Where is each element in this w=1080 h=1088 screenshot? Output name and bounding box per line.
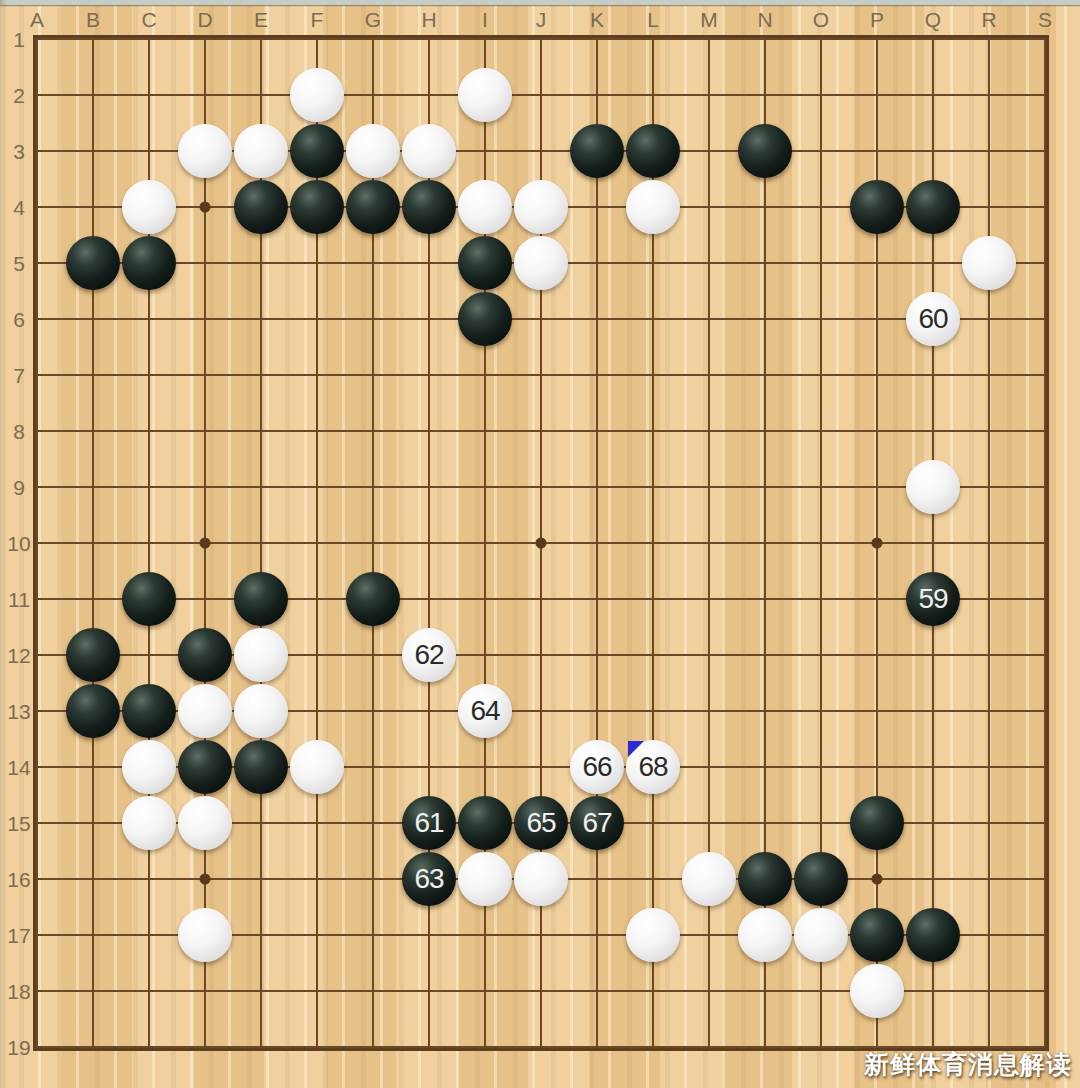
col-label-E: E bbox=[254, 9, 268, 30]
black-stone-C5[interactable] bbox=[122, 236, 176, 290]
white-stone-E12[interactable] bbox=[234, 628, 288, 682]
white-stone-H3[interactable] bbox=[402, 124, 456, 178]
white-stone-C14[interactable] bbox=[122, 740, 176, 794]
row-label-5: 5 bbox=[13, 253, 25, 274]
white-stone-L14-move-68[interactable]: 68 bbox=[626, 740, 680, 794]
col-label-C: C bbox=[141, 9, 156, 30]
move-number: 68 bbox=[638, 751, 667, 783]
black-stone-G4[interactable] bbox=[346, 180, 400, 234]
black-stone-G11[interactable] bbox=[346, 572, 400, 626]
black-stone-C13[interactable] bbox=[122, 684, 176, 738]
white-stone-R5[interactable] bbox=[962, 236, 1016, 290]
white-stone-L17[interactable] bbox=[626, 908, 680, 962]
black-stone-H4[interactable] bbox=[402, 180, 456, 234]
star-point-P16 bbox=[872, 874, 883, 885]
black-stone-N3[interactable] bbox=[738, 124, 792, 178]
white-stone-H12-move-62[interactable]: 62 bbox=[402, 628, 456, 682]
row-label-16: 16 bbox=[7, 869, 30, 890]
black-stone-I6[interactable] bbox=[458, 292, 512, 346]
row-label-1: 1 bbox=[13, 29, 25, 50]
row-label-13: 13 bbox=[7, 701, 30, 722]
white-stone-J16[interactable] bbox=[514, 852, 568, 906]
black-stone-E14[interactable] bbox=[234, 740, 288, 794]
move-number: 62 bbox=[414, 639, 443, 671]
black-stone-H16-move-63[interactable]: 63 bbox=[402, 852, 456, 906]
move-number: 61 bbox=[414, 807, 443, 839]
col-label-G: G bbox=[365, 9, 381, 30]
white-stone-D17[interactable] bbox=[178, 908, 232, 962]
white-stone-D13[interactable] bbox=[178, 684, 232, 738]
col-label-R: R bbox=[981, 9, 996, 30]
move-number: 60 bbox=[918, 303, 947, 335]
black-stone-F3[interactable] bbox=[290, 124, 344, 178]
watermark: 新鲜体育消息解读 bbox=[864, 1048, 1072, 1081]
row-label-18: 18 bbox=[7, 981, 30, 1002]
black-stone-C11[interactable] bbox=[122, 572, 176, 626]
left-edge-shading bbox=[0, 0, 7, 1088]
black-stone-I15[interactable] bbox=[458, 796, 512, 850]
move-number: 64 bbox=[470, 695, 499, 727]
black-stone-B12[interactable] bbox=[66, 628, 120, 682]
col-label-Q: Q bbox=[925, 9, 941, 30]
black-stone-O16[interactable] bbox=[794, 852, 848, 906]
col-label-P: P bbox=[870, 9, 884, 30]
white-stone-E13[interactable] bbox=[234, 684, 288, 738]
black-stone-N16[interactable] bbox=[738, 852, 792, 906]
col-label-F: F bbox=[311, 9, 324, 30]
black-stone-Q17[interactable] bbox=[906, 908, 960, 962]
col-label-O: O bbox=[813, 9, 829, 30]
white-stone-Q6-move-60[interactable]: 60 bbox=[906, 292, 960, 346]
black-stone-Q11-move-59[interactable]: 59 bbox=[906, 572, 960, 626]
col-label-B: B bbox=[86, 9, 100, 30]
white-stone-I16[interactable] bbox=[458, 852, 512, 906]
black-stone-H15-move-61[interactable]: 61 bbox=[402, 796, 456, 850]
row-label-11: 11 bbox=[8, 589, 30, 610]
white-stone-F14[interactable] bbox=[290, 740, 344, 794]
black-stone-E4[interactable] bbox=[234, 180, 288, 234]
col-label-A: A bbox=[30, 9, 44, 30]
black-stone-Q4[interactable] bbox=[906, 180, 960, 234]
move-number: 59 bbox=[918, 583, 947, 615]
row-label-7: 7 bbox=[13, 365, 25, 386]
black-stone-K15-move-67[interactable]: 67 bbox=[570, 796, 624, 850]
col-label-J: J bbox=[536, 9, 547, 30]
row-label-9: 9 bbox=[13, 477, 25, 498]
white-stone-I2[interactable] bbox=[458, 68, 512, 122]
col-label-N: N bbox=[757, 9, 772, 30]
white-stone-G3[interactable] bbox=[346, 124, 400, 178]
white-stone-E3[interactable] bbox=[234, 124, 288, 178]
black-stone-P4[interactable] bbox=[850, 180, 904, 234]
star-point-D16 bbox=[200, 874, 211, 885]
row-label-2: 2 bbox=[13, 85, 25, 106]
row-label-6: 6 bbox=[13, 309, 25, 330]
col-label-S: S bbox=[1038, 9, 1052, 30]
black-stone-J15-move-65[interactable]: 65 bbox=[514, 796, 568, 850]
white-stone-K14-move-66[interactable]: 66 bbox=[570, 740, 624, 794]
black-stone-D14[interactable] bbox=[178, 740, 232, 794]
white-stone-O17[interactable] bbox=[794, 908, 848, 962]
black-stone-B5[interactable] bbox=[66, 236, 120, 290]
move-number: 65 bbox=[526, 807, 555, 839]
white-stone-I13-move-64[interactable]: 64 bbox=[458, 684, 512, 738]
black-stone-P15[interactable] bbox=[850, 796, 904, 850]
star-point-D10 bbox=[200, 538, 211, 549]
star-point-J10 bbox=[536, 538, 547, 549]
white-stone-D3[interactable] bbox=[178, 124, 232, 178]
black-stone-B13[interactable] bbox=[66, 684, 120, 738]
white-stone-P18[interactable] bbox=[850, 964, 904, 1018]
white-stone-D15[interactable] bbox=[178, 796, 232, 850]
white-stone-C4[interactable] bbox=[122, 180, 176, 234]
white-stone-N17[interactable] bbox=[738, 908, 792, 962]
move-number: 66 bbox=[582, 751, 611, 783]
black-stone-P17[interactable] bbox=[850, 908, 904, 962]
white-stone-J5[interactable] bbox=[514, 236, 568, 290]
col-label-I: I bbox=[482, 9, 488, 30]
col-label-M: M bbox=[700, 9, 718, 30]
row-label-15: 15 bbox=[7, 813, 30, 834]
black-stone-E11[interactable] bbox=[234, 572, 288, 626]
col-label-D: D bbox=[197, 9, 212, 30]
black-stone-I5[interactable] bbox=[458, 236, 512, 290]
top-edge-strip bbox=[0, 0, 1080, 5]
black-stone-L3[interactable] bbox=[626, 124, 680, 178]
move-number: 63 bbox=[414, 863, 443, 895]
white-stone-F2[interactable] bbox=[290, 68, 344, 122]
col-label-H: H bbox=[421, 9, 436, 30]
white-stone-J4[interactable] bbox=[514, 180, 568, 234]
row-label-14: 14 bbox=[7, 757, 30, 778]
black-stone-F4[interactable] bbox=[290, 180, 344, 234]
row-label-10: 10 bbox=[7, 533, 30, 554]
go-board[interactable]: ABCDEFGHIJKLMNOPQRS123456789101112131415… bbox=[0, 0, 1080, 1088]
row-label-17: 17 bbox=[7, 925, 30, 946]
star-point-P10 bbox=[872, 538, 883, 549]
move-number: 67 bbox=[582, 807, 611, 839]
white-stone-I4[interactable] bbox=[458, 180, 512, 234]
white-stone-C15[interactable] bbox=[122, 796, 176, 850]
star-point-D4 bbox=[200, 202, 211, 213]
row-label-12: 12 bbox=[7, 645, 30, 666]
col-label-K: K bbox=[590, 9, 604, 30]
white-stone-M16[interactable] bbox=[682, 852, 736, 906]
row-label-8: 8 bbox=[13, 421, 25, 442]
col-label-L: L bbox=[647, 9, 659, 30]
white-stone-L4[interactable] bbox=[626, 180, 680, 234]
row-label-19: 19 bbox=[7, 1037, 30, 1058]
white-stone-Q9[interactable] bbox=[906, 460, 960, 514]
black-stone-D12[interactable] bbox=[178, 628, 232, 682]
row-label-4: 4 bbox=[13, 197, 25, 218]
black-stone-K3[interactable] bbox=[570, 124, 624, 178]
row-label-3: 3 bbox=[13, 141, 25, 162]
